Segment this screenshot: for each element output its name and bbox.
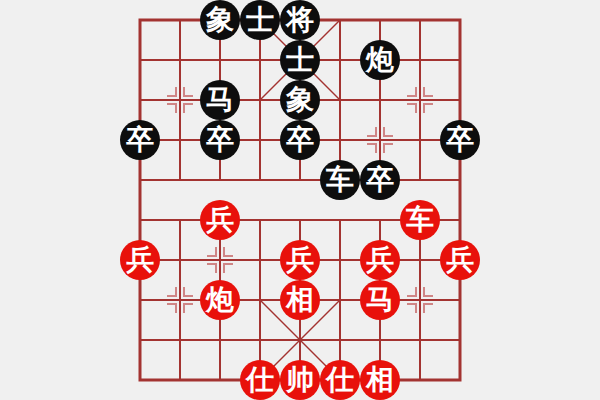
piece-red-soldier[interactable]: 兵 xyxy=(440,240,480,280)
piece-black-cannon[interactable]: 炮 xyxy=(360,40,400,80)
piece-black-soldier[interactable]: 卒 xyxy=(280,120,320,160)
piece-black-advisor[interactable]: 士 xyxy=(280,40,320,80)
point-marker xyxy=(167,87,177,97)
point-marker xyxy=(223,247,233,257)
piece-black-soldier[interactable]: 卒 xyxy=(200,120,240,160)
piece-black-horse[interactable]: 马 xyxy=(200,80,240,120)
piece-black-soldier[interactable]: 卒 xyxy=(120,120,160,160)
point-marker xyxy=(183,103,193,113)
point-marker xyxy=(183,87,193,97)
point-marker xyxy=(167,103,177,113)
point-marker xyxy=(167,303,177,313)
piece-red-general[interactable]: 帅 xyxy=(280,360,320,400)
piece-black-advisor[interactable]: 士 xyxy=(240,0,280,40)
point-marker xyxy=(367,127,377,137)
point-marker xyxy=(407,87,417,97)
piece-black-elephant[interactable]: 象 xyxy=(280,80,320,120)
piece-red-advisor[interactable]: 仕 xyxy=(240,360,280,400)
point-marker xyxy=(167,287,177,297)
point-marker xyxy=(407,287,417,297)
piece-red-soldier[interactable]: 兵 xyxy=(120,240,160,280)
piece-red-horse[interactable]: 马 xyxy=(360,280,400,320)
point-marker xyxy=(407,303,417,313)
piece-red-soldier[interactable]: 兵 xyxy=(200,200,240,240)
piece-red-advisor[interactable]: 仕 xyxy=(320,360,360,400)
piece-black-soldier[interactable]: 卒 xyxy=(440,120,480,160)
piece-red-cannon[interactable]: 炮 xyxy=(200,280,240,320)
piece-black-chariot[interactable]: 车 xyxy=(320,160,360,200)
point-marker xyxy=(383,127,393,137)
point-marker xyxy=(423,303,433,313)
piece-black-elephant[interactable]: 象 xyxy=(200,0,240,40)
point-marker xyxy=(423,287,433,297)
point-marker xyxy=(223,263,233,273)
piece-black-general[interactable]: 将 xyxy=(280,0,320,40)
point-marker xyxy=(407,103,417,113)
piece-black-soldier[interactable]: 卒 xyxy=(360,160,400,200)
point-marker xyxy=(367,143,377,153)
piece-red-elephant[interactable]: 相 xyxy=(360,360,400,400)
point-marker xyxy=(423,87,433,97)
piece-red-chariot[interactable]: 车 xyxy=(400,200,440,240)
piece-red-elephant[interactable]: 相 xyxy=(280,280,320,320)
point-marker xyxy=(207,247,217,257)
piece-red-soldier[interactable]: 兵 xyxy=(280,240,320,280)
point-marker xyxy=(423,103,433,113)
point-marker xyxy=(207,263,217,273)
point-marker xyxy=(183,287,193,297)
piece-red-soldier[interactable]: 兵 xyxy=(360,240,400,280)
point-marker xyxy=(183,303,193,313)
point-marker xyxy=(383,143,393,153)
xiangqi-board-screen: 象士将士炮马象卒卒卒卒车卒兵车兵兵兵兵炮相马仕帅仕相 xyxy=(0,0,600,400)
